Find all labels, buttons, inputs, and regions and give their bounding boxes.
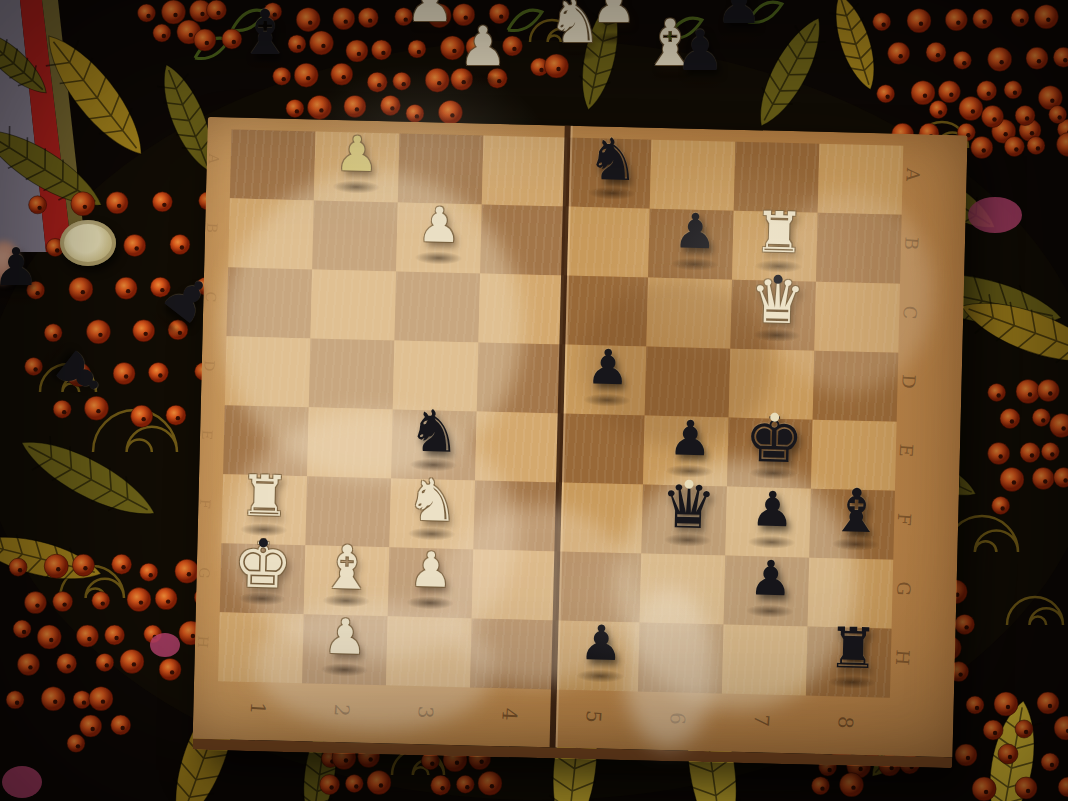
offboard-black-pawn-8[interactable]: ♟ bbox=[0, 232, 52, 312]
file-label-right-D: D bbox=[898, 374, 920, 390]
file-label-right-G: G bbox=[893, 581, 915, 597]
piece-black-queen-f6[interactable]: ♛ bbox=[651, 471, 725, 553]
piece-shadow bbox=[406, 596, 454, 610]
file-label-right-H: H bbox=[892, 649, 914, 666]
square-h4[interactable] bbox=[470, 618, 556, 689]
piece-shadow bbox=[576, 669, 624, 683]
piece-white-pawn-g3[interactable]: ♟ bbox=[394, 534, 468, 616]
piece-white-king-g1[interactable]: ♚ bbox=[226, 529, 300, 611]
pawn-glyph: ♟ bbox=[716, 0, 763, 31]
file-label-left-F: F bbox=[197, 499, 214, 510]
knight-glyph: ♞ bbox=[406, 471, 459, 530]
fallen-piece-disc[interactable] bbox=[60, 220, 116, 266]
square-b2[interactable] bbox=[312, 200, 398, 271]
file-label-right-B: B bbox=[901, 236, 923, 250]
rank-label-2: 2 bbox=[329, 703, 354, 717]
square-f5[interactable] bbox=[557, 482, 643, 553]
piece-black-bishop-f8[interactable]: ♝ bbox=[819, 475, 893, 557]
square-b1[interactable] bbox=[228, 198, 314, 269]
square-c3[interactable] bbox=[394, 271, 480, 342]
file-label-right-A: A bbox=[902, 167, 924, 181]
square-b5[interactable] bbox=[564, 207, 650, 278]
piece-black-pawn-h5[interactable]: ♟ bbox=[564, 607, 638, 689]
square-c2[interactable] bbox=[310, 269, 396, 340]
square-a1[interactable] bbox=[230, 129, 316, 200]
pawn-glyph: ♟ bbox=[668, 413, 712, 462]
file-label-right-F: F bbox=[894, 513, 916, 527]
piece-white-pawn-h2[interactable]: ♟ bbox=[308, 600, 382, 682]
square-d8[interactable] bbox=[813, 351, 899, 422]
piece-shadow bbox=[583, 393, 631, 407]
square-g4[interactable] bbox=[472, 549, 558, 620]
pawn-glyph: ♟ bbox=[750, 484, 794, 533]
file-label-right-C: C bbox=[899, 305, 921, 320]
knight-glyph: ♞ bbox=[586, 130, 639, 189]
square-h6[interactable] bbox=[638, 623, 724, 694]
offboard-black-pawn-7[interactable]: ♟ bbox=[703, 0, 775, 50]
square-d4[interactable] bbox=[477, 342, 563, 413]
piece-white-pawn-a2[interactable]: ♟ bbox=[320, 118, 394, 200]
knight-glyph: ♞ bbox=[408, 402, 461, 461]
photo-scene: 12345678AABBCCDDEEFFGGHH ♟♟♜♛♜♞♚♝♟♟♞♟♟♞♟… bbox=[0, 0, 1068, 801]
offboard-white-pawn-2[interactable]: ♟ bbox=[447, 12, 519, 92]
pawn-glyph: ♟ bbox=[0, 241, 39, 293]
square-c1[interactable] bbox=[226, 267, 312, 338]
piece-black-rook-h8[interactable]: ♜ bbox=[816, 613, 890, 695]
piece-shadow bbox=[320, 663, 368, 677]
piece-black-knight-a5[interactable]: ♞ bbox=[576, 124, 650, 206]
piece-black-pawn-g7[interactable]: ♟ bbox=[734, 542, 808, 624]
chess-board: 12345678AABBCCDDEEFFGGHH ♟♟♜♛♜♞♚♝♟♟♞♟♟♞♟… bbox=[192, 117, 967, 768]
piece-shadow bbox=[746, 604, 794, 618]
offboard-black-bishop-0[interactable]: ♝ bbox=[229, 0, 301, 78]
file-label-left-A: A bbox=[206, 153, 223, 164]
pawn-glyph: ♟ bbox=[335, 129, 379, 178]
rook-glyph: ♜ bbox=[753, 204, 805, 261]
rook-glyph: ♜ bbox=[827, 620, 879, 677]
pawn-glyph: ♟ bbox=[409, 545, 453, 594]
piece-shadow bbox=[332, 180, 380, 194]
rank-label-8: 8 bbox=[833, 716, 858, 730]
piece-white-queen-c7[interactable]: ♛ bbox=[740, 266, 814, 348]
square-d2[interactable] bbox=[309, 338, 395, 409]
piece-black-pawn-d5[interactable]: ♟ bbox=[571, 331, 645, 413]
file-label-right-E: E bbox=[896, 443, 918, 457]
file-label-left-B: B bbox=[204, 222, 221, 233]
piece-black-pawn-b6[interactable]: ♟ bbox=[658, 195, 732, 277]
pawn-glyph: ♟ bbox=[586, 342, 630, 391]
square-b8[interactable] bbox=[816, 213, 902, 284]
file-label-left-D: D bbox=[201, 360, 218, 372]
piece-shadow bbox=[670, 257, 718, 271]
pawn-glyph: ♟ bbox=[673, 206, 717, 255]
square-c8[interactable] bbox=[814, 282, 900, 353]
rank-label-4: 4 bbox=[497, 707, 522, 721]
rank-label-6: 6 bbox=[665, 711, 690, 725]
rook-glyph: ♜ bbox=[239, 468, 291, 525]
square-d1[interactable] bbox=[225, 336, 311, 407]
square-f4[interactable] bbox=[473, 480, 559, 551]
file-label-left-H: H bbox=[195, 635, 212, 648]
square-e2[interactable] bbox=[307, 407, 393, 478]
square-h7[interactable] bbox=[722, 625, 808, 696]
pawn-glyph: ♟ bbox=[749, 553, 793, 602]
square-c6[interactable] bbox=[646, 278, 732, 349]
file-label-left-E: E bbox=[199, 429, 216, 440]
pawn-glyph: ♟ bbox=[579, 618, 623, 667]
rank-label-5: 5 bbox=[581, 709, 606, 723]
bishop-glyph: ♝ bbox=[319, 537, 374, 598]
pawn-glyph: ♟ bbox=[417, 200, 461, 249]
square-h3[interactable] bbox=[386, 616, 472, 687]
rank-label-1: 1 bbox=[245, 701, 270, 715]
square-g6[interactable] bbox=[640, 554, 726, 625]
square-e4[interactable] bbox=[475, 411, 561, 482]
pawn-glyph: ♟ bbox=[459, 20, 507, 74]
pawn-glyph: ♟ bbox=[592, 0, 637, 30]
square-a4[interactable] bbox=[482, 136, 568, 207]
file-label-left-G: G bbox=[196, 567, 213, 579]
square-b4[interactable] bbox=[480, 205, 566, 276]
rank-label-7: 7 bbox=[749, 713, 774, 727]
pawn-glyph: ♟ bbox=[323, 612, 367, 661]
piece-shadow bbox=[414, 251, 462, 265]
square-e5[interactable] bbox=[559, 414, 645, 485]
rank-label-3: 3 bbox=[413, 705, 438, 719]
square-a8[interactable] bbox=[818, 144, 904, 215]
bishop-glyph: ♝ bbox=[829, 480, 884, 541]
piece-white-pawn-b3[interactable]: ♟ bbox=[402, 189, 476, 271]
bishop-glyph: ♝ bbox=[237, 2, 293, 64]
square-c4[interactable] bbox=[478, 274, 564, 345]
square-h1[interactable] bbox=[218, 612, 304, 683]
